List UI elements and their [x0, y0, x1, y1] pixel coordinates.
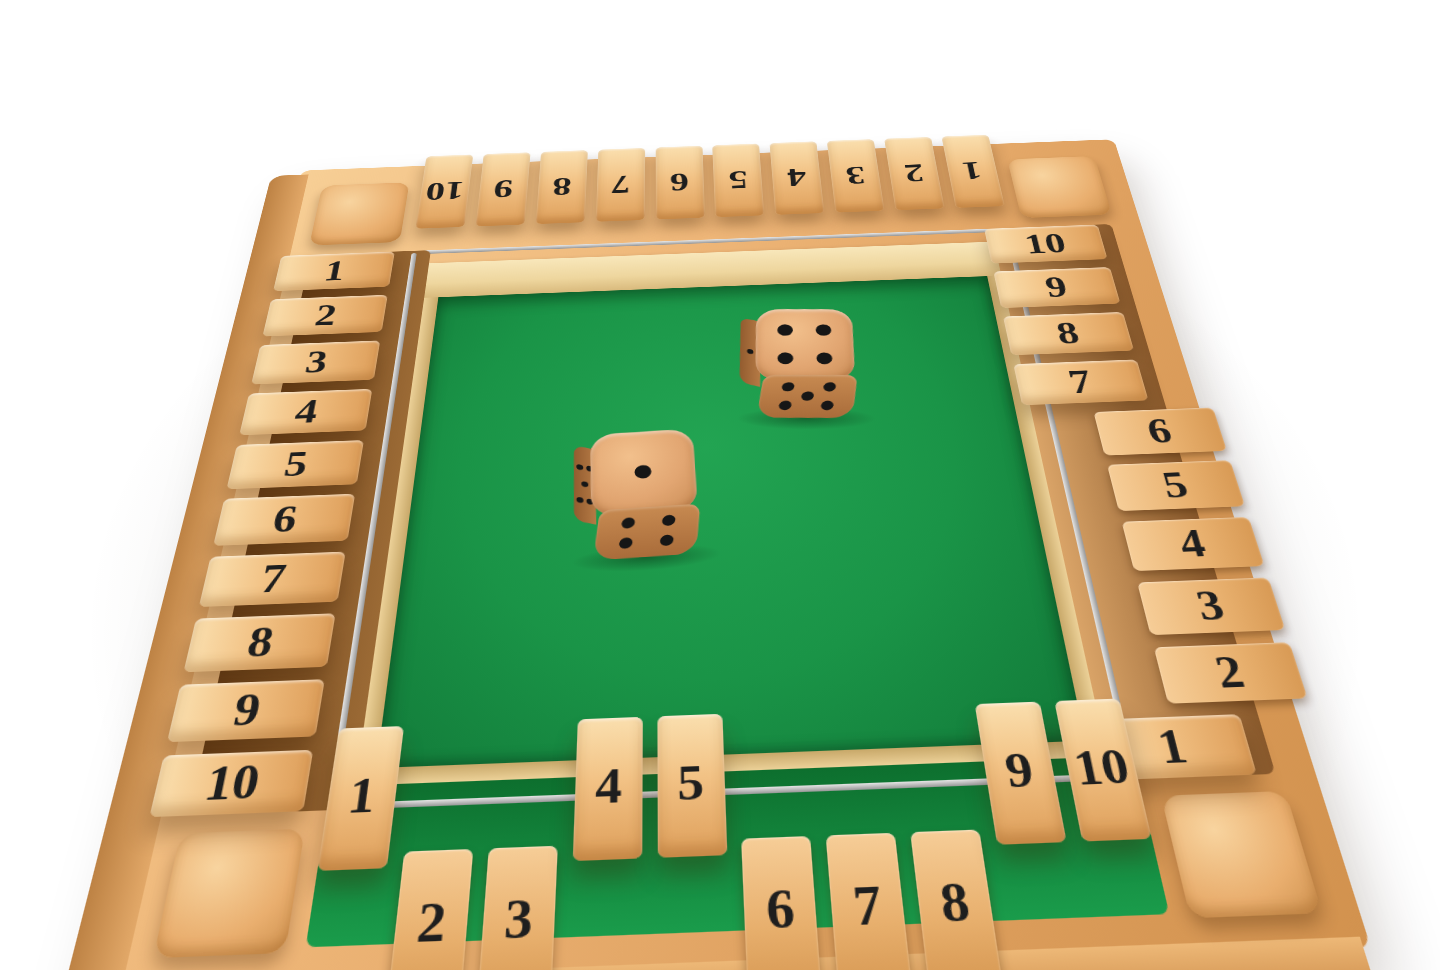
tile-number: 6	[1143, 413, 1175, 448]
tile-west-3[interactable]: 3	[251, 340, 380, 384]
die-pip	[618, 537, 633, 549]
tile-number: 7	[851, 878, 885, 934]
tile-number: 5	[1159, 467, 1193, 505]
tile-number: 4	[595, 762, 623, 812]
shut-the-box-scene: 10987654321 12345678910 10987654321 1234…	[0, 0, 1440, 970]
tile-north-4[interactable]: 4	[770, 141, 825, 215]
tile-north-7[interactable]: 7	[595, 148, 644, 222]
tile-south-8[interactable]: 8	[910, 830, 1002, 970]
die-pip	[779, 401, 793, 410]
tile-north-9[interactable]: 9	[475, 152, 530, 226]
tile-south-6[interactable]: 6	[742, 836, 822, 970]
tile-west-7[interactable]: 7	[199, 552, 346, 607]
tile-south-5[interactable]: 5	[657, 714, 727, 858]
die-pip	[576, 464, 583, 470]
tile-number: 1	[322, 257, 348, 286]
tile-rack-south: 12345678910	[306, 756, 1170, 948]
tile-number: 10	[1070, 742, 1134, 793]
tile-number: 5	[728, 167, 748, 193]
tile-west-6[interactable]: 6	[213, 494, 355, 546]
tile-number: 5	[677, 759, 705, 809]
tile-east-2[interactable]: 2	[1154, 642, 1308, 704]
tile-number: 4	[786, 164, 807, 190]
felt	[376, 276, 1085, 768]
die-top-face	[756, 309, 856, 380]
tile-east-3[interactable]: 3	[1137, 578, 1285, 636]
corner-post-top-right	[1007, 156, 1112, 218]
tile-number: 9	[1042, 273, 1070, 303]
die-pip	[621, 517, 635, 529]
die-front-face	[593, 503, 700, 560]
tile-number: 8	[1053, 318, 1082, 349]
tile-number: 3	[1192, 585, 1229, 628]
die-pip	[747, 348, 753, 354]
tile-east-6[interactable]: 6	[1093, 407, 1226, 455]
die-pip	[634, 465, 651, 479]
tile-number: 9	[1002, 746, 1037, 796]
tile-number: 2	[1211, 650, 1249, 696]
tile-north-10[interactable]: 10	[415, 154, 473, 228]
tile-number: 10	[424, 177, 465, 204]
tile-north-2[interactable]: 2	[884, 137, 945, 210]
tile-north-8[interactable]: 8	[535, 150, 587, 224]
tile-south-7[interactable]: 7	[826, 833, 912, 970]
die-pip	[821, 401, 835, 410]
corner-post-bottom-left	[153, 829, 305, 958]
tile-number: 7	[1065, 365, 1095, 398]
die-pip	[817, 352, 833, 364]
tile-number: 8	[937, 875, 973, 931]
tile-number: 3	[303, 346, 330, 378]
tile-number: 4	[1175, 524, 1210, 564]
tile-east-10[interactable]: 10	[984, 225, 1107, 264]
die-pip	[576, 497, 583, 504]
die-pip	[782, 382, 796, 391]
tile-number: 10	[1022, 229, 1069, 258]
die-pip	[816, 324, 832, 335]
tile-east-9[interactable]: 9	[993, 267, 1120, 308]
tile-west-1[interactable]: 1	[273, 252, 395, 292]
tile-number: 1	[345, 771, 378, 822]
tile-east-5[interactable]: 5	[1107, 460, 1245, 511]
tile-west-8[interactable]: 8	[183, 613, 335, 672]
tile-number: 9	[493, 176, 514, 202]
tile-number: 7	[257, 559, 289, 600]
tile-north-1[interactable]: 1	[941, 135, 1004, 208]
tile-west-2[interactable]: 2	[262, 295, 387, 337]
tile-north-5[interactable]: 5	[712, 144, 764, 218]
die-front-face	[757, 375, 858, 418]
tile-number: 1	[960, 158, 984, 184]
tile-west-5[interactable]: 5	[227, 440, 364, 489]
tile-number: 2	[902, 160, 925, 186]
die-pip	[661, 514, 675, 526]
tile-number: 6	[670, 169, 689, 195]
tile-west-10[interactable]: 10	[149, 750, 313, 817]
tile-number: 5	[281, 446, 310, 482]
tile-number: 3	[844, 162, 866, 188]
tile-number: 9	[230, 687, 265, 733]
tile-number: 1	[1153, 723, 1192, 772]
die-pip	[659, 534, 673, 546]
die-pip	[581, 481, 588, 488]
tile-number: 6	[270, 501, 301, 539]
die-pip	[801, 391, 815, 400]
tile-south-3[interactable]: 3	[477, 846, 557, 970]
tile-number: 10	[201, 758, 264, 809]
tile-west-4[interactable]: 4	[239, 389, 372, 435]
tile-south-2[interactable]: 2	[387, 849, 473, 970]
tile-north-3[interactable]: 3	[827, 139, 885, 212]
die-1-showing-4[interactable]	[756, 309, 862, 418]
tile-number: 4	[292, 395, 320, 429]
tile-number: 8	[552, 173, 573, 199]
die-pip	[823, 382, 836, 391]
die-pip	[777, 324, 793, 335]
tile-number: 2	[312, 300, 338, 330]
tile-number: 8	[244, 621, 277, 664]
tile-number: 7	[611, 171, 631, 197]
die-2-showing-1[interactable]	[590, 428, 705, 560]
die-pip	[778, 352, 794, 364]
tile-north-6[interactable]: 6	[655, 146, 704, 220]
corner-post-top-left	[309, 182, 409, 245]
tile-east-4[interactable]: 4	[1122, 517, 1265, 571]
tile-number: 3	[503, 892, 535, 949]
tile-west-9[interactable]: 9	[167, 679, 325, 742]
tile-east-8[interactable]: 8	[1003, 312, 1134, 355]
tile-south-4[interactable]: 4	[572, 717, 642, 861]
tile-number: 6	[765, 882, 797, 939]
tile-number: 2	[414, 895, 448, 952]
tile-east-7[interactable]: 7	[1013, 359, 1148, 405]
corner-post-bottom-right	[1161, 791, 1322, 918]
